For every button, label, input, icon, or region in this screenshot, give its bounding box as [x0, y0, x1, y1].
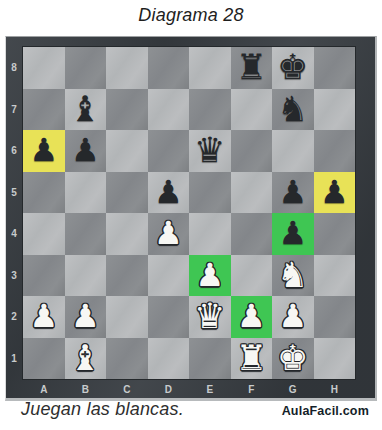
- caption: Juegan las blancas.: [21, 399, 184, 420]
- square-g2[interactable]: ♟: [272, 296, 314, 338]
- black-bishop: ♝: [70, 89, 101, 130]
- black-pawn: ♟: [278, 213, 307, 254]
- rank-labels: 87654321: [6, 47, 22, 379]
- square-c8[interactable]: [106, 47, 148, 89]
- square-g5[interactable]: ♟: [272, 172, 314, 214]
- square-c1[interactable]: [106, 338, 148, 380]
- black-pawn: ♟: [154, 172, 183, 213]
- square-e3[interactable]: ♟: [189, 255, 231, 297]
- file-label-h: H: [314, 380, 356, 398]
- square-c4[interactable]: [106, 213, 148, 255]
- square-h6[interactable]: [314, 130, 356, 172]
- rank-label-6: 6: [6, 130, 22, 172]
- square-a5[interactable]: [23, 172, 65, 214]
- square-d6[interactable]: [148, 130, 190, 172]
- square-f5[interactable]: [231, 172, 273, 214]
- square-b4[interactable]: [65, 213, 107, 255]
- square-f7[interactable]: [231, 89, 273, 131]
- watermark: AulaFacil.com: [282, 404, 369, 418]
- black-pawn: ♟: [320, 172, 349, 213]
- file-label-e: E: [189, 380, 231, 398]
- square-a4[interactable]: [23, 213, 65, 255]
- square-e8[interactable]: [189, 47, 231, 89]
- square-c5[interactable]: [106, 172, 148, 214]
- white-pawn: ♟: [29, 296, 58, 337]
- file-label-b: B: [65, 380, 107, 398]
- square-e4[interactable]: [189, 213, 231, 255]
- square-f2[interactable]: ♟: [231, 296, 273, 338]
- white-knight: ♞: [277, 255, 308, 296]
- square-d5[interactable]: ♟: [148, 172, 190, 214]
- rank-label-7: 7: [6, 89, 22, 131]
- square-g6[interactable]: [272, 130, 314, 172]
- rank-label-1: 1: [6, 338, 22, 380]
- square-b3[interactable]: [65, 255, 107, 297]
- square-d8[interactable]: [148, 47, 190, 89]
- square-e2[interactable]: ♛: [189, 296, 231, 338]
- square-h7[interactable]: [314, 89, 356, 131]
- square-g1[interactable]: ♚: [272, 338, 314, 380]
- file-labels: ABCDEFGH: [23, 380, 355, 398]
- rank-label-3: 3: [6, 255, 22, 297]
- black-king: ♚: [277, 47, 308, 88]
- black-pawn: ♟: [71, 130, 100, 171]
- square-g8[interactable]: ♚: [272, 47, 314, 89]
- square-h5[interactable]: ♟: [314, 172, 356, 214]
- black-pawn: ♟: [29, 130, 58, 171]
- square-a6[interactable]: ♟: [23, 130, 65, 172]
- square-a2[interactable]: ♟: [23, 296, 65, 338]
- square-f1[interactable]: ♜: [231, 338, 273, 380]
- file-label-d: D: [148, 380, 190, 398]
- square-d2[interactable]: [148, 296, 190, 338]
- square-h4[interactable]: [314, 213, 356, 255]
- square-c7[interactable]: [106, 89, 148, 131]
- rank-label-4: 4: [6, 213, 22, 255]
- file-label-a: A: [23, 380, 65, 398]
- square-c2[interactable]: [106, 296, 148, 338]
- rank-label-2: 2: [6, 296, 22, 338]
- square-a7[interactable]: [23, 89, 65, 131]
- white-queen: ♛: [194, 296, 225, 337]
- rank-label-5: 5: [6, 172, 22, 214]
- black-pawn: ♟: [278, 172, 307, 213]
- square-a1[interactable]: [23, 338, 65, 380]
- white-rook: ♜: [236, 338, 267, 379]
- square-c3[interactable]: [106, 255, 148, 297]
- white-pawn: ♟: [237, 296, 266, 337]
- white-king: ♚: [277, 338, 308, 379]
- square-f8[interactable]: ♜: [231, 47, 273, 89]
- square-g4[interactable]: ♟: [272, 213, 314, 255]
- white-pawn: ♟: [71, 296, 100, 337]
- square-b7[interactable]: ♝: [65, 89, 107, 131]
- square-d3[interactable]: [148, 255, 190, 297]
- square-f4[interactable]: [231, 213, 273, 255]
- square-b6[interactable]: ♟: [65, 130, 107, 172]
- square-h2[interactable]: [314, 296, 356, 338]
- square-b2[interactable]: ♟: [65, 296, 107, 338]
- square-d7[interactable]: [148, 89, 190, 131]
- square-g3[interactable]: ♞: [272, 255, 314, 297]
- white-pawn: ♟: [195, 255, 224, 296]
- square-g7[interactable]: ♞: [272, 89, 314, 131]
- white-pawn: ♟: [154, 213, 183, 254]
- square-d4[interactable]: ♟: [148, 213, 190, 255]
- white-bishop: ♝: [70, 338, 101, 379]
- square-a3[interactable]: [23, 255, 65, 297]
- diagram-title: Diagrama 28: [0, 5, 382, 26]
- black-knight: ♞: [277, 89, 308, 130]
- white-pawn: ♟: [278, 296, 307, 337]
- square-b5[interactable]: [65, 172, 107, 214]
- square-e5[interactable]: [189, 172, 231, 214]
- square-b1[interactable]: ♝: [65, 338, 107, 380]
- square-a8[interactable]: [23, 47, 65, 89]
- square-f6[interactable]: [231, 130, 273, 172]
- file-label-f: F: [231, 380, 273, 398]
- square-e7[interactable]: [189, 89, 231, 131]
- square-h1[interactable]: [314, 338, 356, 380]
- square-f3[interactable]: [231, 255, 273, 297]
- file-label-g: G: [272, 380, 314, 398]
- board-squares: ♜♚♝♞♟♟♛♟♟♟♟♟♟♞♟♟♛♟♟♝♜♚: [23, 47, 355, 379]
- square-b8[interactable]: [65, 47, 107, 89]
- square-e1[interactable]: [189, 338, 231, 380]
- square-h3[interactable]: [314, 255, 356, 297]
- black-rook: ♜: [236, 47, 267, 88]
- square-c6[interactable]: [106, 130, 148, 172]
- square-h8[interactable]: [314, 47, 356, 89]
- file-label-c: C: [106, 380, 148, 398]
- square-e6[interactable]: ♛: [189, 130, 231, 172]
- black-queen: ♛: [194, 130, 225, 171]
- rank-label-8: 8: [6, 47, 22, 89]
- square-d1[interactable]: [148, 338, 190, 380]
- chess-board: 87654321 ABCDEFGH ♜♚♝♞♟♟♛♟♟♟♟♟♟♞♟♟♛♟♟♝♜♚: [5, 36, 377, 401]
